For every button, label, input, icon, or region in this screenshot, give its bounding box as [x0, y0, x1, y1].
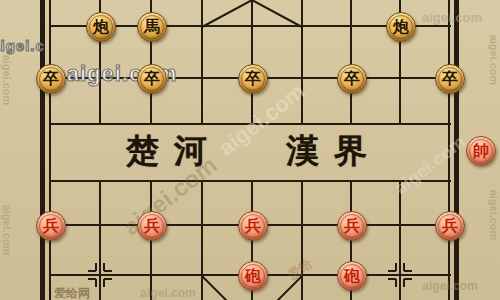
pieces-layer: 炮馬炮卒卒卒卒卒兵兵兵兵兵砲砲帥	[0, 0, 500, 300]
piece-black-cannon-h2[interactable]: 炮	[386, 12, 416, 42]
piece-red-pawn-i6[interactable]: 兵	[435, 211, 465, 241]
piece-red-general-offboard[interactable]: 帥	[466, 136, 496, 166]
piece-black-pawn-a3[interactable]: 卒	[36, 64, 66, 94]
piece-black-pawn-i3[interactable]: 卒	[435, 64, 465, 94]
piece-black-cannon-b2[interactable]: 炮	[86, 12, 116, 42]
piece-red-pawn-c6[interactable]: 兵	[137, 211, 167, 241]
piece-red-pawn-a6[interactable]: 兵	[36, 211, 66, 241]
piece-red-pawn-g6[interactable]: 兵	[337, 211, 367, 241]
piece-red-cannon-e7[interactable]: 砲	[238, 261, 268, 291]
xiangqi-board: 楚河 漢界 aigei.comaigei.caigei.comaigei.com…	[0, 0, 500, 300]
piece-red-cannon-g7[interactable]: 砲	[337, 261, 367, 291]
piece-black-pawn-c3[interactable]: 卒	[137, 64, 167, 94]
piece-black-horse-c2[interactable]: 馬	[137, 12, 167, 42]
piece-black-pawn-e3[interactable]: 卒	[238, 64, 268, 94]
piece-red-pawn-e6[interactable]: 兵	[238, 211, 268, 241]
piece-black-pawn-g3[interactable]: 卒	[337, 64, 367, 94]
